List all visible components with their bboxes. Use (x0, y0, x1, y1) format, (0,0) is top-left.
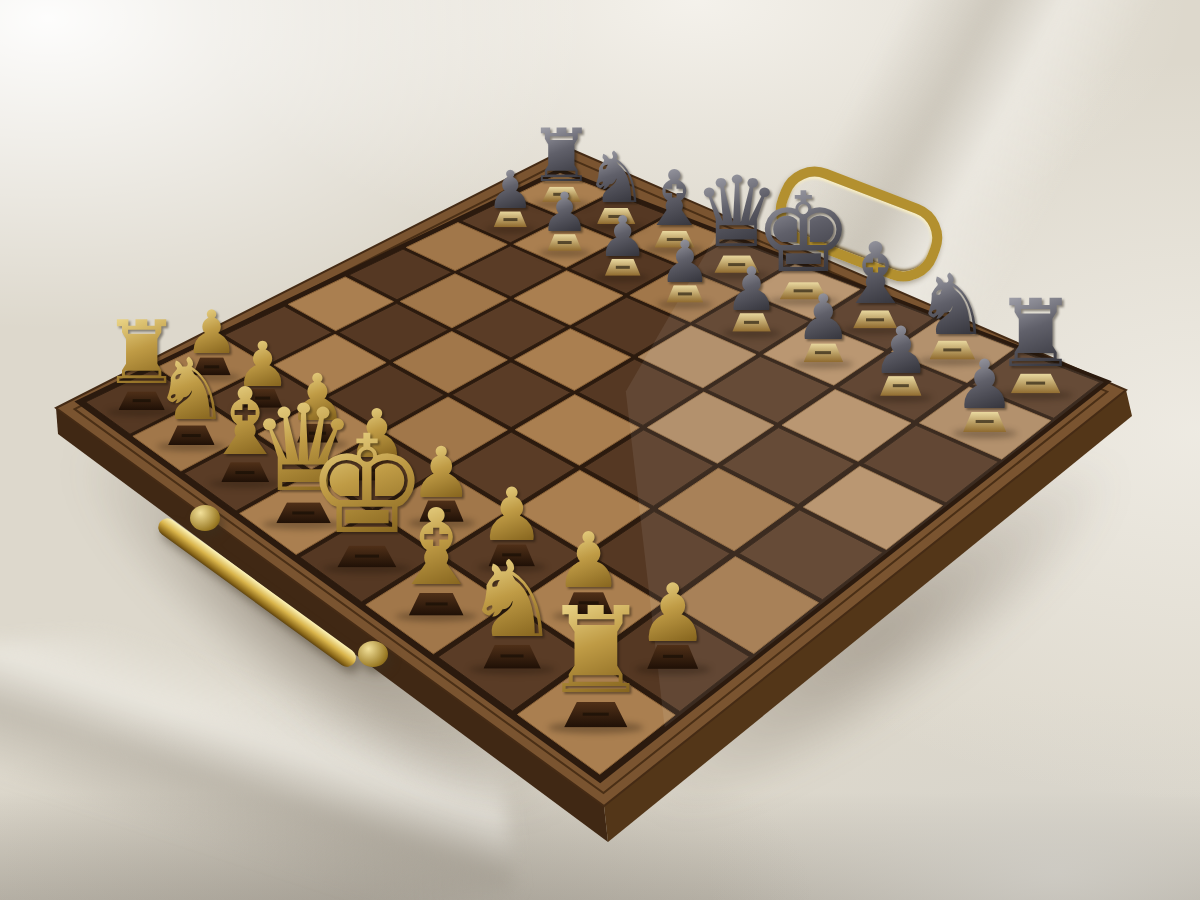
handle-bar (155, 515, 360, 671)
black-pawn-glyph: ♟ (540, 186, 589, 240)
base-slot (744, 321, 759, 324)
black-pawn-glyph: ♟ (795, 288, 851, 351)
handle-hook (358, 641, 388, 667)
handle-hook (190, 505, 220, 531)
base-slot (425, 603, 447, 606)
base-slot (558, 241, 572, 244)
base-slot (616, 266, 630, 269)
base-slot (583, 713, 608, 716)
black-pawn-g7[interactable]: ♟ (872, 318, 930, 396)
base-slot (976, 420, 993, 423)
black-pawn-e7[interactable]: ♟ (725, 259, 779, 331)
black-pawn-glyph: ♟ (872, 318, 930, 383)
black-pawn-glyph: ♟ (487, 164, 534, 217)
brass-handle-left (160, 505, 420, 695)
black-pawn-glyph: ♟ (954, 351, 1015, 419)
base-slot (1026, 382, 1046, 385)
base-slot (677, 292, 692, 295)
black-pawn-glyph: ♟ (598, 209, 648, 265)
black-pawn-f7[interactable]: ♟ (795, 288, 851, 363)
pieces-layer: ♜♞♝♛♚♝♞♜♟♟♟♟♟♟♟♟♟♟♟♟♟♟♟♟♜♞♝♛♚♝♞♜ (0, 0, 1200, 900)
base-slot (132, 399, 151, 402)
white-rook-h1[interactable]: ♜ (543, 592, 650, 727)
black-pawn-glyph: ♟ (725, 259, 779, 319)
white-rook-glyph: ♜ (543, 592, 650, 711)
base-slot (893, 384, 910, 387)
black-pawn-h7[interactable]: ♟ (954, 351, 1015, 432)
black-pawn-glyph: ♟ (659, 233, 711, 291)
black-pawn-c7[interactable]: ♟ (598, 209, 648, 276)
black-pawn-a7[interactable]: ♟ (487, 164, 534, 227)
base-slot (182, 434, 201, 437)
black-pawn-d7[interactable]: ♟ (659, 233, 711, 303)
black-pawn-b7[interactable]: ♟ (540, 186, 589, 251)
base-slot (501, 655, 524, 658)
base-slot (663, 655, 683, 658)
base-slot (504, 218, 517, 221)
base-slot (815, 351, 831, 354)
